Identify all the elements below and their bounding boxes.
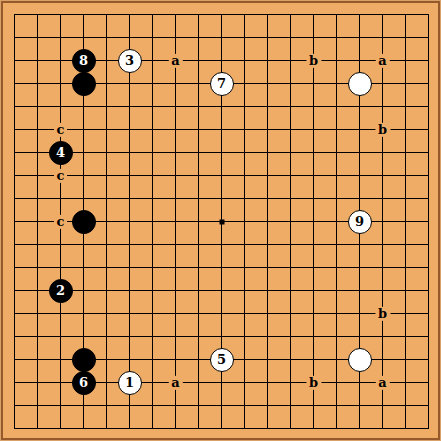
label-a-H17: a	[168, 53, 182, 67]
stone-black-D17-move-8: 8	[72, 49, 96, 73]
stone-white-Q10-move-9: 9	[348, 210, 372, 234]
stone-black-C7-move-2: 2	[49, 279, 73, 303]
stone-black-D4	[72, 348, 96, 372]
label-b-R14: b	[375, 122, 390, 136]
label-b-N17: b	[306, 53, 321, 67]
go-grid-lines: abacbccbbaa837492561	[14, 14, 429, 429]
stone-black-D10	[72, 210, 96, 234]
label-c-C10: c	[54, 214, 68, 228]
stone-black-D16	[72, 72, 96, 96]
label-c-C14: c	[54, 122, 68, 136]
stone-white-K16-move-7: 7	[210, 72, 234, 96]
stone-white-F17-move-3: 3	[118, 49, 142, 73]
stone-black-D3-move-6: 6	[72, 371, 96, 395]
label-a-R3: a	[375, 375, 389, 389]
stone-white-K4-move-5: 5	[210, 348, 234, 372]
label-a-H3: a	[168, 375, 182, 389]
label-c-C12: c	[54, 168, 68, 182]
label-b-N3: b	[306, 375, 321, 389]
stone-white-F3-move-1: 1	[118, 371, 142, 395]
stone-white-Q4	[348, 348, 372, 372]
go-board-diagram: abacbccbbaa837492561	[0, 0, 441, 441]
label-a-R17: a	[375, 53, 389, 67]
stone-white-Q16	[348, 72, 372, 96]
stone-black-C13-move-4: 4	[49, 141, 73, 165]
tengen-dot-K10	[219, 219, 224, 224]
label-b-R6: b	[375, 306, 390, 320]
